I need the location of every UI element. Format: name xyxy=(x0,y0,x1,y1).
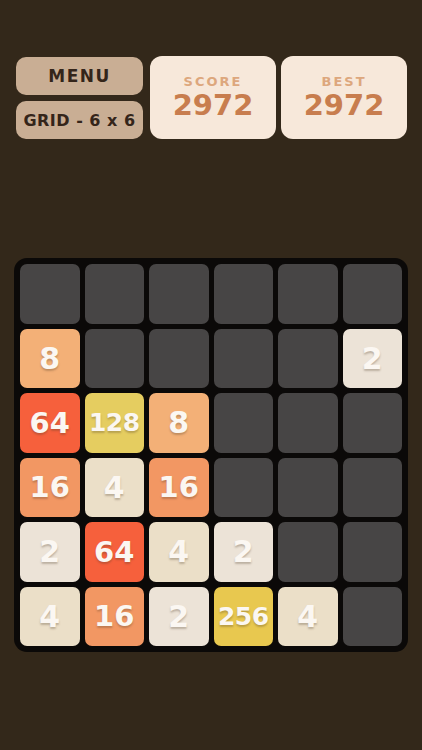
menu-button[interactable]: MENU xyxy=(16,57,143,95)
empty-cell xyxy=(214,264,274,324)
tile-4: 4 xyxy=(149,522,209,582)
best-value: 2972 xyxy=(304,90,385,120)
board[interactable]: 82641288164162644241622564 xyxy=(14,258,408,652)
empty-cell xyxy=(343,587,403,647)
empty-cell xyxy=(214,329,274,389)
empty-cell xyxy=(85,329,145,389)
empty-cell xyxy=(20,264,80,324)
empty-cell xyxy=(149,329,209,389)
empty-cell xyxy=(343,264,403,324)
empty-cell xyxy=(85,264,145,324)
tile-8: 8 xyxy=(149,393,209,453)
best-label: BEST xyxy=(321,74,366,89)
tile-16: 16 xyxy=(85,587,145,647)
empty-cell xyxy=(343,522,403,582)
empty-cell xyxy=(278,393,338,453)
tile-256: 256 xyxy=(214,587,274,647)
empty-cell xyxy=(149,264,209,324)
empty-cell xyxy=(214,393,274,453)
tile-16: 16 xyxy=(149,458,209,518)
empty-cell xyxy=(278,458,338,518)
tile-16: 16 xyxy=(20,458,80,518)
score-label: SCORE xyxy=(184,74,243,89)
tile-64: 64 xyxy=(20,393,80,453)
app-screen: MENU GRID - 6 x 6 SCORE 2972 BEST 2972 8… xyxy=(0,0,422,750)
empty-cell xyxy=(214,458,274,518)
tile-2: 2 xyxy=(343,329,403,389)
menu-button-label: MENU xyxy=(48,66,111,86)
tile-128: 128 xyxy=(85,393,145,453)
grid-size-button[interactable]: GRID - 6 x 6 xyxy=(16,101,143,139)
tile-64: 64 xyxy=(85,522,145,582)
tile-2: 2 xyxy=(149,587,209,647)
tile-2: 2 xyxy=(20,522,80,582)
score-box: SCORE 2972 xyxy=(150,56,276,139)
empty-cell xyxy=(343,458,403,518)
tile-8: 8 xyxy=(20,329,80,389)
grid-size-label: GRID - 6 x 6 xyxy=(23,111,135,130)
empty-cell xyxy=(278,264,338,324)
empty-cell xyxy=(278,329,338,389)
tile-4: 4 xyxy=(85,458,145,518)
empty-cell xyxy=(278,522,338,582)
tile-4: 4 xyxy=(278,587,338,647)
best-box: BEST 2972 xyxy=(281,56,407,139)
tile-4: 4 xyxy=(20,587,80,647)
tile-2: 2 xyxy=(214,522,274,582)
empty-cell xyxy=(343,393,403,453)
score-value: 2972 xyxy=(173,90,254,120)
